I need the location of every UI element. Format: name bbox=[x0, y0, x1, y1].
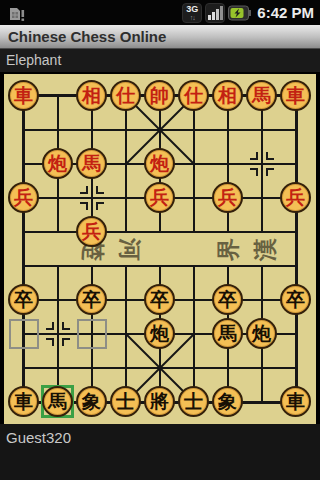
mobile-data-3g-icon: 3G ↑↓ bbox=[182, 3, 202, 23]
piece-red-horse[interactable]: 馬 bbox=[76, 148, 107, 179]
piece-red-chariot[interactable]: 車 bbox=[280, 80, 311, 111]
signal-strength-icon bbox=[205, 3, 225, 23]
piece-red-soldier[interactable]: 兵 bbox=[280, 182, 311, 213]
piece-red-elephant[interactable]: 相 bbox=[76, 80, 107, 111]
move-hint-square[interactable] bbox=[77, 319, 107, 349]
piece-red-advisor[interactable]: 仕 bbox=[178, 80, 209, 111]
piece-black-advisor[interactable]: 士 bbox=[178, 386, 209, 417]
river-character: 界 bbox=[213, 238, 244, 261]
piece-red-elephant[interactable]: 相 bbox=[212, 80, 243, 111]
piece-black-soldier[interactable]: 卒 bbox=[8, 284, 39, 315]
xiangqi-board[interactable]: 楚河 漢界 車相仕帥仕相馬車炮馬炮兵兵兵兵兵卒卒卒卒卒炮馬炮車馬象士將士象車 bbox=[4, 74, 316, 424]
piece-black-soldier[interactable]: 卒 bbox=[76, 284, 107, 315]
piece-black-soldier[interactable]: 卒 bbox=[280, 284, 311, 315]
river-character: 漢 bbox=[250, 238, 281, 261]
piece-red-cannon[interactable]: 炮 bbox=[42, 148, 73, 179]
move-hint-square[interactable] bbox=[9, 319, 39, 349]
piece-red-horse[interactable]: 馬 bbox=[246, 80, 277, 111]
river-character: 河 bbox=[114, 238, 145, 261]
phone-screen: 3G ↑↓ 6:42 PM Chinese Chess Online Eleph… bbox=[0, 0, 320, 480]
opponent-bar: Elephant bbox=[0, 49, 320, 72]
battery-charging-icon bbox=[228, 5, 251, 21]
player-name: Guest320 bbox=[0, 424, 320, 446]
piece-black-elephant[interactable]: 象 bbox=[212, 386, 243, 417]
piece-black-horse[interactable]: 馬 bbox=[42, 386, 73, 417]
piece-red-cannon[interactable]: 炮 bbox=[144, 148, 175, 179]
piece-red-soldier[interactable]: 兵 bbox=[144, 182, 175, 213]
piece-black-soldier[interactable]: 卒 bbox=[212, 284, 243, 315]
piece-black-general[interactable]: 將 bbox=[144, 386, 175, 417]
no-sim-icon bbox=[8, 4, 26, 22]
opponent-name: Elephant bbox=[0, 49, 320, 71]
piece-black-advisor[interactable]: 士 bbox=[110, 386, 141, 417]
river-label-right: 漢界 bbox=[210, 233, 284, 265]
piece-red-chariot[interactable]: 車 bbox=[8, 80, 39, 111]
clock: 6:42 PM bbox=[257, 4, 314, 21]
piece-black-elephant[interactable]: 象 bbox=[76, 386, 107, 417]
piece-red-advisor[interactable]: 仕 bbox=[110, 80, 141, 111]
piece-red-soldier[interactable]: 兵 bbox=[76, 216, 107, 247]
piece-red-soldier[interactable]: 兵 bbox=[8, 182, 39, 213]
piece-black-soldier[interactable]: 卒 bbox=[144, 284, 175, 315]
piece-red-soldier[interactable]: 兵 bbox=[212, 182, 243, 213]
piece-black-chariot[interactable]: 車 bbox=[280, 386, 311, 417]
piece-red-general[interactable]: 帥 bbox=[144, 80, 175, 111]
piece-black-horse[interactable]: 馬 bbox=[212, 318, 243, 349]
android-status-bar: 3G ↑↓ 6:42 PM bbox=[0, 0, 320, 25]
app-title-bar: Chinese Chess Online bbox=[0, 25, 320, 49]
player-bar: Guest320 bbox=[0, 424, 320, 480]
piece-black-chariot[interactable]: 車 bbox=[8, 386, 39, 417]
piece-black-cannon[interactable]: 炮 bbox=[144, 318, 175, 349]
piece-black-cannon[interactable]: 炮 bbox=[246, 318, 277, 349]
app-title: Chinese Chess Online bbox=[0, 25, 320, 48]
